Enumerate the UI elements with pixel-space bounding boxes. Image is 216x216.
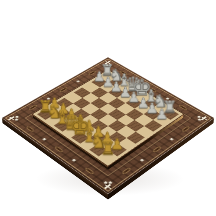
chess-set-product-photo[interactable]: ♜♞♝♛♚♝♞♜♟♟♟♟♟♟♟♟♟♟♟♟♟♟♟♟♜♞♝♛♚♝♞♜ — [0, 0, 216, 216]
piece-silver-pawn: ♟ — [155, 107, 168, 121]
inlay-cartouche — [84, 167, 95, 174]
inlay-cartouche — [25, 126, 35, 133]
inlay-pearl-dot — [198, 118, 202, 120]
inlay-pearl-dot — [43, 138, 47, 140]
inlay-cartouche — [54, 146, 64, 153]
inlay-pearl-dot — [104, 181, 108, 184]
inlay-cartouche — [152, 146, 162, 153]
piece-gold-rook: ♜ — [100, 140, 115, 157]
inlay-cartouche — [121, 167, 132, 174]
inlay-corner-star — [9, 116, 14, 120]
inlay-cartouche — [181, 126, 191, 133]
inlay-pearl-dot — [108, 181, 112, 184]
inlay-pearl-dot — [72, 159, 76, 162]
inlay-corner-star — [201, 116, 207, 120]
inlay-pearl-dot — [140, 159, 144, 162]
inlay-corner-star — [104, 184, 111, 189]
chess-board: ♜♞♝♛♚♝♞♜♟♟♟♟♟♟♟♟♟♟♟♟♟♟♟♟♜♞♝♛♚♝♞♜ — [2, 57, 214, 194]
scene: ♜♞♝♛♚♝♞♜♟♟♟♟♟♟♟♟♟♟♟♟♟♟♟♟♜♞♝♛♚♝♞♜ — [0, 0, 216, 216]
inlay-pearl-dot — [15, 118, 19, 120]
inlay-pearl-dot — [170, 138, 174, 140]
